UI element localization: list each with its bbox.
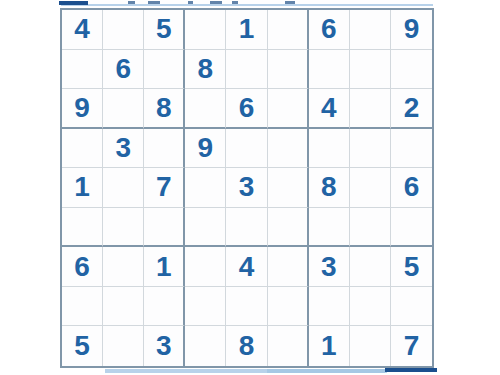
- cell-r9c2[interactable]: [103, 326, 144, 366]
- cell-r8c6[interactable]: [268, 287, 309, 327]
- cell-r2c2[interactable]: 6: [103, 50, 144, 90]
- cell-r6c6[interactable]: [268, 208, 309, 248]
- cell-r8c4[interactable]: [185, 287, 226, 327]
- cell-r8c3[interactable]: [144, 287, 185, 327]
- cell-r1c7[interactable]: 6: [309, 10, 350, 50]
- cell-r1c6[interactable]: [268, 10, 309, 50]
- cell-r5c7[interactable]: 8: [309, 168, 350, 208]
- cell-r5c2[interactable]: [103, 168, 144, 208]
- cell-r6c4[interactable]: [185, 208, 226, 248]
- cell-r5c5[interactable]: 3: [226, 168, 267, 208]
- cell-r7c3[interactable]: 1: [144, 247, 185, 287]
- cell-r8c9[interactable]: [391, 287, 432, 327]
- cell-r9c6[interactable]: [268, 326, 309, 366]
- cell-r2c5[interactable]: [226, 50, 267, 90]
- cell-r2c8[interactable]: [350, 50, 391, 90]
- cell-r4c8[interactable]: [350, 129, 391, 169]
- cell-r3c7[interactable]: 4: [309, 89, 350, 129]
- cell-r9c8[interactable]: [350, 326, 391, 366]
- top-accent-dark-segment: [59, 1, 88, 5]
- cell-r9c4[interactable]: [185, 326, 226, 366]
- cell-r3c5[interactable]: 6: [226, 89, 267, 129]
- cell-r4c6[interactable]: [268, 129, 309, 169]
- cell-r6c1[interactable]: [62, 208, 103, 248]
- cell-r7c5[interactable]: 4: [226, 247, 267, 287]
- top-accent-tick: [188, 1, 193, 4]
- sudoku-page: 45169689864239173866143553817: [0, 0, 500, 375]
- cell-r5c3[interactable]: 7: [144, 168, 185, 208]
- cell-r9c1[interactable]: 5: [62, 326, 103, 366]
- cell-r1c5[interactable]: 1: [226, 10, 267, 50]
- cell-r8c8[interactable]: [350, 287, 391, 327]
- cell-r4c3[interactable]: [144, 129, 185, 169]
- cell-r8c7[interactable]: [309, 287, 350, 327]
- cell-r2c4[interactable]: 8: [185, 50, 226, 90]
- cell-r2c7[interactable]: [309, 50, 350, 90]
- cell-r7c4[interactable]: [185, 247, 226, 287]
- cell-r3c6[interactable]: [268, 89, 309, 129]
- cell-r7c2[interactable]: [103, 247, 144, 287]
- cell-r7c6[interactable]: [268, 247, 309, 287]
- cell-r6c5[interactable]: [226, 208, 267, 248]
- cell-r8c5[interactable]: [226, 287, 267, 327]
- cell-r3c2[interactable]: [103, 89, 144, 129]
- cell-r4c4[interactable]: 9: [185, 129, 226, 169]
- top-accent-tick: [128, 1, 135, 4]
- sudoku-board: 45169689864239173866143553817: [60, 8, 434, 368]
- cell-r5c1[interactable]: 1: [62, 168, 103, 208]
- top-accent-tick: [232, 1, 238, 4]
- cell-r2c9[interactable]: [391, 50, 432, 90]
- cell-r1c4[interactable]: [185, 10, 226, 50]
- cell-r9c5[interactable]: 8: [226, 326, 267, 366]
- cell-r4c7[interactable]: [309, 129, 350, 169]
- cell-r1c3[interactable]: 5: [144, 10, 185, 50]
- cell-r1c9[interactable]: 9: [391, 10, 432, 50]
- cell-r1c1[interactable]: 4: [62, 10, 103, 50]
- cell-r3c4[interactable]: [185, 89, 226, 129]
- cell-r9c7[interactable]: 1: [309, 326, 350, 366]
- bottom-accent-underline: [385, 368, 437, 372]
- cell-r7c8[interactable]: [350, 247, 391, 287]
- cell-r1c2[interactable]: [103, 10, 144, 50]
- cell-r6c7[interactable]: [309, 208, 350, 248]
- cell-r3c3[interactable]: 8: [144, 89, 185, 129]
- cell-r5c6[interactable]: [268, 168, 309, 208]
- cell-r5c8[interactable]: [350, 168, 391, 208]
- cell-r2c6[interactable]: [268, 50, 309, 90]
- top-accent-tick: [210, 1, 222, 4]
- cell-r3c9[interactable]: 2: [391, 89, 432, 129]
- cell-r2c1[interactable]: [62, 50, 103, 90]
- cell-r6c3[interactable]: [144, 208, 185, 248]
- top-accent-tick: [285, 1, 295, 4]
- cell-r7c9[interactable]: 5: [391, 247, 432, 287]
- cell-r6c2[interactable]: [103, 208, 144, 248]
- cell-r8c1[interactable]: [62, 287, 103, 327]
- cell-r8c2[interactable]: [103, 287, 144, 327]
- cell-r4c9[interactable]: [391, 129, 432, 169]
- cell-r3c8[interactable]: [350, 89, 391, 129]
- cell-r4c2[interactable]: 3: [103, 129, 144, 169]
- cell-r2c3[interactable]: [144, 50, 185, 90]
- top-accent-tick: [148, 1, 160, 4]
- cell-r3c1[interactable]: 9: [62, 89, 103, 129]
- cell-r5c9[interactable]: 6: [391, 168, 432, 208]
- cell-r6c8[interactable]: [350, 208, 391, 248]
- cell-r1c8[interactable]: [350, 10, 391, 50]
- top-accent-line: [61, 4, 433, 6]
- cell-r7c7[interactable]: 3: [309, 247, 350, 287]
- cell-r4c5[interactable]: [226, 129, 267, 169]
- cell-r4c1[interactable]: [62, 129, 103, 169]
- bottom-shadow-band-bright: [267, 369, 385, 373]
- cell-r7c1[interactable]: 6: [62, 247, 103, 287]
- cell-r9c3[interactable]: 3: [144, 326, 185, 366]
- cell-r9c9[interactable]: 7: [391, 326, 432, 366]
- cell-r6c9[interactable]: [391, 208, 432, 248]
- cell-r5c4[interactable]: [185, 168, 226, 208]
